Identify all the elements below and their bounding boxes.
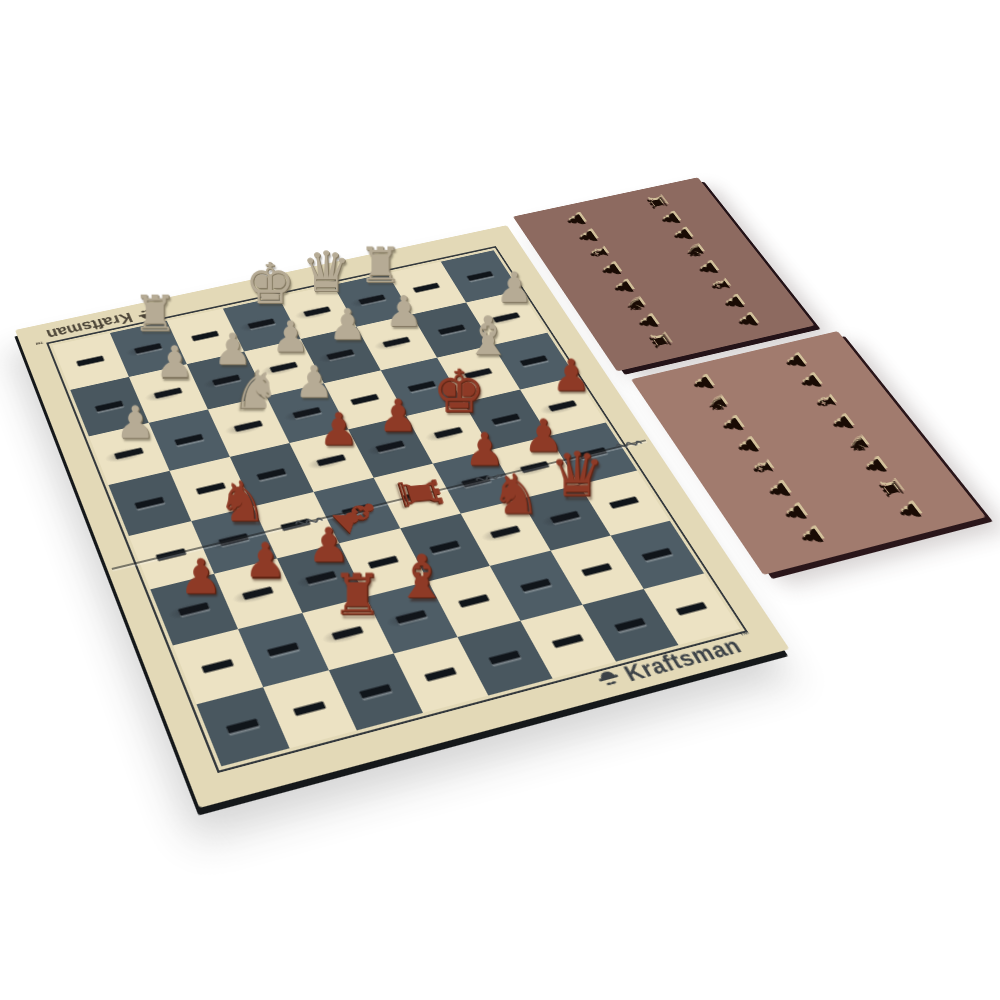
pawn-cutout-silhouette: ♟ [793, 524, 829, 549]
product-photo-scene: Kraftsman™ Kraftsman™ ♜♚♛♜♟♟♟♟♟♟♟♟♞♝♟♚♟♟… [0, 0, 1000, 1000]
square-g2[interactable] [551, 536, 644, 605]
rook-glyph: ♜ [331, 567, 382, 624]
square-b6[interactable] [149, 409, 230, 470]
piece-slot [552, 634, 584, 648]
pawn-cutout-silhouette: ♟ [686, 373, 719, 395]
rook-cutout-silhouette: ♜ [874, 477, 910, 501]
piece-slot [676, 602, 708, 616]
pawn-cutout-silhouette: ♟ [761, 479, 796, 503]
knight-glyph: ♞ [233, 363, 280, 416]
piece-slot [581, 563, 612, 576]
piece-slot [488, 650, 520, 664]
piece-slot [201, 659, 234, 673]
bishop-glyph: ♝ [464, 309, 512, 363]
pawn-cutout-silhouette: ♟ [731, 311, 763, 332]
square-h2[interactable] [611, 521, 704, 589]
piece-slot [267, 642, 299, 656]
knight-cutout-silhouette: ♞ [700, 393, 733, 415]
pawn-glyph: ♟ [328, 303, 366, 346]
piece-slot [614, 618, 646, 632]
pawn-glyph: ♟ [155, 341, 194, 385]
square-a1[interactable] [197, 687, 290, 766]
trademark-symbol: ™ [738, 629, 754, 641]
pawn-cutout-silhouette: ♟ [825, 412, 860, 435]
square-e1[interactable] [457, 621, 552, 696]
pawn-cutout-silhouette: ♟ [777, 501, 813, 526]
piece-slot [359, 684, 392, 699]
pawn-cutout-silhouette: ♟ [778, 352, 811, 373]
pawn-glyph: ♟ [551, 354, 590, 398]
square-a2[interactable] [173, 629, 263, 704]
piece-slot [76, 356, 104, 367]
pawn-glyph: ♟ [378, 393, 418, 438]
piece-slot [174, 434, 203, 446]
pawn-cutout-silhouette: ♟ [891, 500, 927, 525]
knight-glyph: ♞ [217, 474, 267, 530]
pawn-cutout-silhouette: ♟ [793, 371, 827, 393]
bishop-cutout-silhouette: ♝ [745, 457, 780, 481]
square-d1[interactable] [394, 637, 489, 713]
piece-slot [438, 324, 466, 335]
king-glyph: ♚ [245, 256, 295, 312]
piece-slot [520, 355, 548, 366]
pawn-glyph: ♟ [271, 316, 310, 359]
pawn-glyph: ♟ [385, 291, 423, 333]
piece-slot [609, 496, 639, 508]
pawn-cutout-silhouette: ♟ [857, 455, 892, 479]
pawn-glyph: ♟ [294, 360, 333, 404]
square-c1[interactable] [329, 654, 423, 731]
knight-cutout-silhouette: ♞ [841, 434, 876, 457]
knight-glyph: ♞ [491, 467, 541, 522]
square-b1[interactable] [263, 670, 357, 748]
bishop-glyph: ♝ [395, 547, 449, 607]
queen-glyph: ♛ [549, 444, 604, 506]
piece-slot [458, 594, 490, 608]
piece-slot [520, 578, 551, 591]
piece-slot [424, 667, 457, 681]
pawn-glyph: ♟ [244, 537, 287, 585]
piece-slot [134, 497, 164, 509]
piece-slot [226, 719, 259, 734]
pawn-glyph: ♟ [318, 407, 358, 452]
square-f2[interactable] [490, 551, 583, 621]
piece-slot [642, 548, 673, 561]
square-a5[interactable] [108, 471, 191, 536]
pawn-cutout-silhouette: ♟ [730, 435, 764, 458]
trademark-symbol: ™ [33, 337, 45, 346]
rook-cutout-silhouette: ♜ [645, 331, 677, 352]
bowler-hat-mustache-icon [590, 663, 629, 696]
pawn-glyph: ♟ [179, 553, 222, 601]
king-glyph: ♚ [432, 362, 485, 421]
piece-slot [293, 701, 326, 716]
pawn-cutout-silhouette: ♟ [715, 414, 749, 437]
piece-slot [467, 271, 494, 281]
bishop-cutout-silhouette: ♝ [809, 392, 843, 414]
pawn-glyph: ♟ [115, 400, 155, 445]
rook-glyph: ♜ [133, 289, 178, 339]
square-b2[interactable] [238, 613, 329, 687]
